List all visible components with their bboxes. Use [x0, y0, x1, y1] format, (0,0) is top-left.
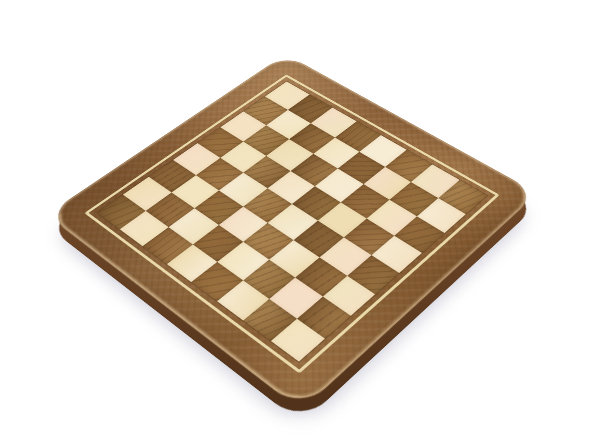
- board-frame: [46, 54, 538, 411]
- square-h5: [371, 235, 422, 273]
- square-e1: [191, 262, 243, 301]
- square-h7: [417, 198, 467, 233]
- square-f3: [269, 240, 320, 278]
- square-f5: [318, 202, 368, 238]
- square-d2: [193, 225, 243, 262]
- square-g4: [320, 237, 371, 275]
- chess-board: [46, 54, 538, 411]
- square-g6: [367, 200, 417, 235]
- square-e4: [268, 204, 318, 240]
- square-g1: [243, 299, 297, 341]
- square-e2: [218, 242, 269, 280]
- square-c1: [143, 227, 193, 264]
- square-d1: [166, 244, 217, 282]
- square-d3: [218, 206, 268, 242]
- square-f4: [294, 220, 344, 257]
- square-f1: [217, 280, 270, 321]
- square-b1: [119, 210, 169, 246]
- square-c2: [169, 208, 219, 244]
- square-g3: [295, 257, 347, 296]
- square-h4: [347, 255, 399, 294]
- square-e3: [243, 223, 293, 260]
- square-h1: [271, 318, 326, 362]
- product-photo-background: [0, 0, 592, 438]
- square-g2: [270, 278, 323, 319]
- square-h2: [297, 296, 351, 338]
- square-g5: [344, 218, 394, 255]
- square-f2: [243, 259, 295, 298]
- square-h6: [394, 216, 444, 253]
- square-h3: [323, 275, 376, 316]
- playing-field: [97, 81, 487, 361]
